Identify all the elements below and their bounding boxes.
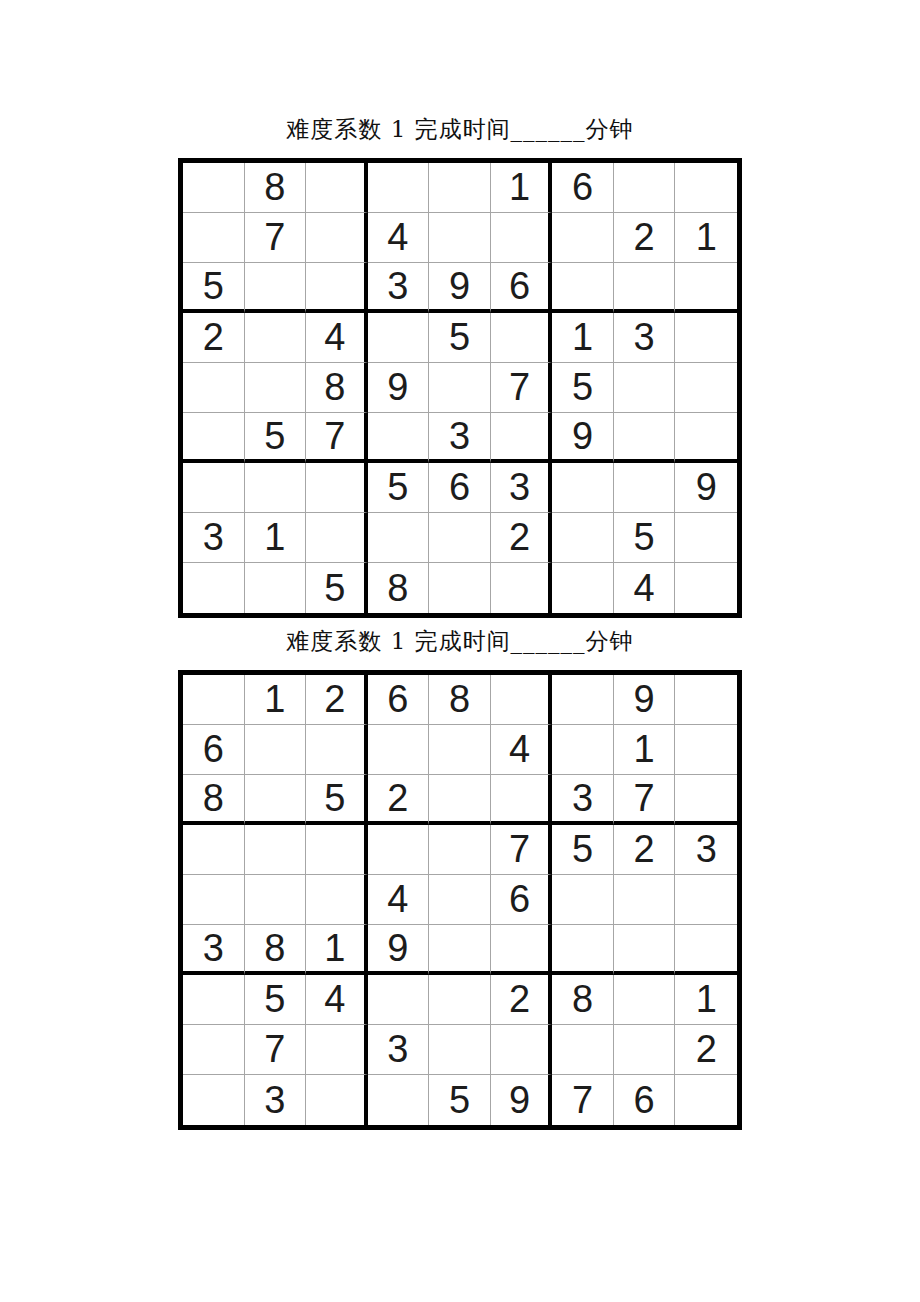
sudoku2-cell-r1c1[interactable]	[183, 675, 245, 725]
sudoku1-cell-r4c6[interactable]	[491, 313, 553, 363]
sudoku1-cell-r8c4[interactable]	[368, 513, 430, 563]
sudoku1-cell-r3c2[interactable]	[245, 263, 307, 313]
sudoku2-cell-r8c8[interactable]	[614, 1025, 676, 1075]
sudoku2-cell-r8c9[interactable]: 2	[675, 1025, 737, 1075]
sudoku2-cell-r9c1[interactable]	[183, 1075, 245, 1125]
sudoku2-cell-r5c6[interactable]: 6	[491, 875, 553, 925]
sudoku1-cell-r2c2[interactable]: 7	[245, 213, 307, 263]
sudoku2-cell-r4c9[interactable]: 3	[675, 825, 737, 875]
sudoku1-cell-r5c3[interactable]: 8	[306, 363, 368, 413]
sudoku1-cell-r3c7[interactable]	[552, 263, 614, 313]
sudoku2-cell-r4c3[interactable]	[306, 825, 368, 875]
sudoku1-cell-r2c7[interactable]	[552, 213, 614, 263]
sudoku1-cell-r8c1[interactable]: 3	[183, 513, 245, 563]
sudoku2-cell-r7c6[interactable]: 2	[491, 975, 553, 1025]
sudoku2-cell-r3c2[interactable]	[245, 775, 307, 825]
sudoku2-cell-r2c3[interactable]	[306, 725, 368, 775]
sudoku1-cell-r6c8[interactable]	[614, 413, 676, 463]
sudoku1-cell-r2c6[interactable]	[491, 213, 553, 263]
sudoku2-cell-r4c1[interactable]	[183, 825, 245, 875]
sudoku1-cell-r4c8[interactable]: 3	[614, 313, 676, 363]
sudoku2-cell-r5c5[interactable]	[429, 875, 491, 925]
sudoku1-cell-r5c7[interactable]: 5	[552, 363, 614, 413]
sudoku1-cell-r6c6[interactable]	[491, 413, 553, 463]
sudoku2-cell-r3c7[interactable]: 3	[552, 775, 614, 825]
sudoku2-cell-r8c1[interactable]	[183, 1025, 245, 1075]
sudoku1-cell-r7c4[interactable]: 5	[368, 463, 430, 513]
sudoku2-cell-r3c1[interactable]: 8	[183, 775, 245, 825]
sudoku2-cell-r8c4[interactable]: 3	[368, 1025, 430, 1075]
puzzle-1-title: 难度系数 1 完成时间______分钟	[0, 112, 920, 146]
sudoku2-cell-r7c8[interactable]	[614, 975, 676, 1025]
sudoku2-cell-r5c2[interactable]	[245, 875, 307, 925]
sudoku2-cell-r1c8[interactable]: 9	[614, 675, 676, 725]
sudoku2-cell-r3c8[interactable]: 7	[614, 775, 676, 825]
sudoku1-cell-r1c6[interactable]: 1	[491, 163, 553, 213]
sudoku2-cell-r5c3[interactable]	[306, 875, 368, 925]
sudoku2-cell-r7c1[interactable]	[183, 975, 245, 1025]
puzzle-2-title: 难度系数 1 完成时间______分钟	[0, 624, 920, 658]
sudoku1-cell-r3c5[interactable]: 9	[429, 263, 491, 313]
sudoku2-cell-r2c9[interactable]	[675, 725, 737, 775]
sudoku1-cell-r9c1[interactable]	[183, 563, 245, 613]
sudoku2-cell-r2c2[interactable]	[245, 725, 307, 775]
sudoku1-cell-r4c3[interactable]: 4	[306, 313, 368, 363]
sudoku2-cell-r5c7[interactable]	[552, 875, 614, 925]
sudoku2-cell-r1c2[interactable]: 1	[245, 675, 307, 725]
sudoku2-cell-r8c6[interactable]	[491, 1025, 553, 1075]
sudoku1-cell-r9c2[interactable]	[245, 563, 307, 613]
sudoku1-cell-r1c9[interactable]	[675, 163, 737, 213]
sudoku1-cell-r7c6[interactable]: 3	[491, 463, 553, 513]
sudoku2-cell-r9c7[interactable]: 7	[552, 1075, 614, 1125]
sudoku1-cell-r5c6[interactable]: 7	[491, 363, 553, 413]
sudoku2-cell-r3c5[interactable]	[429, 775, 491, 825]
sudoku1-cell-r4c7[interactable]: 1	[552, 313, 614, 363]
sudoku1-cell-r7c7[interactable]	[552, 463, 614, 513]
sudoku1-cell-r8c5[interactable]	[429, 513, 491, 563]
sudoku1-cell-r3c3[interactable]	[306, 263, 368, 313]
sudoku1-cell-r6c1[interactable]	[183, 413, 245, 463]
sudoku1-cell-r5c2[interactable]	[245, 363, 307, 413]
sudoku2-cell-r7c3[interactable]: 4	[306, 975, 368, 1025]
sudoku1-cell-r1c4[interactable]	[368, 163, 430, 213]
sudoku2-cell-r8c7[interactable]	[552, 1025, 614, 1075]
sudoku1-cell-r9c5[interactable]	[429, 563, 491, 613]
sudoku-grid-1: 81674215396245138975573956393125584	[178, 158, 742, 618]
sudoku1-cell-r6c9[interactable]	[675, 413, 737, 463]
sudoku1-cell-r4c4[interactable]	[368, 313, 430, 363]
sudoku1-cell-r3c4[interactable]: 3	[368, 263, 430, 313]
sudoku1-cell-r6c4[interactable]	[368, 413, 430, 463]
sudoku2-cell-r7c4[interactable]	[368, 975, 430, 1025]
sudoku1-cell-r9c3[interactable]: 5	[306, 563, 368, 613]
sudoku2-cell-r6c2[interactable]: 8	[245, 925, 307, 975]
sudoku2-cell-r6c7[interactable]	[552, 925, 614, 975]
sudoku1-cell-r8c7[interactable]	[552, 513, 614, 563]
sudoku2-cell-r5c4[interactable]: 4	[368, 875, 430, 925]
sudoku1-cell-r7c2[interactable]	[245, 463, 307, 513]
sudoku1-cell-r4c1[interactable]: 2	[183, 313, 245, 363]
sudoku1-cell-r4c5[interactable]: 5	[429, 313, 491, 363]
sudoku2-cell-r1c3[interactable]: 2	[306, 675, 368, 725]
sudoku1-cell-r8c8[interactable]: 5	[614, 513, 676, 563]
sudoku2-cell-r8c2[interactable]: 7	[245, 1025, 307, 1075]
sudoku1-cell-r7c1[interactable]	[183, 463, 245, 513]
sudoku1-cell-r3c9[interactable]	[675, 263, 737, 313]
sudoku1-cell-r1c8[interactable]	[614, 163, 676, 213]
sudoku1-cell-r5c8[interactable]	[614, 363, 676, 413]
sudoku1-cell-r6c3[interactable]: 7	[306, 413, 368, 463]
sudoku1-cell-r5c5[interactable]	[429, 363, 491, 413]
sudoku2-cell-r7c9[interactable]: 1	[675, 975, 737, 1025]
sudoku2-cell-r4c4[interactable]	[368, 825, 430, 875]
sudoku2-cell-r6c5[interactable]	[429, 925, 491, 975]
sudoku2-cell-r6c4[interactable]: 9	[368, 925, 430, 975]
sudoku1-cell-r8c3[interactable]	[306, 513, 368, 563]
sudoku1-cell-r9c9[interactable]	[675, 563, 737, 613]
sudoku1-cell-r7c3[interactable]	[306, 463, 368, 513]
sudoku2-cell-r3c4[interactable]: 2	[368, 775, 430, 825]
sudoku2-cell-r7c5[interactable]	[429, 975, 491, 1025]
sudoku2-cell-r9c3[interactable]	[306, 1075, 368, 1125]
sudoku1-cell-r1c1[interactable]	[183, 163, 245, 213]
sudoku1-cell-r8c2[interactable]: 1	[245, 513, 307, 563]
sudoku2-cell-r1c4[interactable]: 6	[368, 675, 430, 725]
sudoku2-cell-r5c1[interactable]	[183, 875, 245, 925]
sudoku2-cell-r6c1[interactable]: 3	[183, 925, 245, 975]
sudoku2-cell-r1c6[interactable]	[491, 675, 553, 725]
sudoku2-cell-r4c7[interactable]: 5	[552, 825, 614, 875]
sudoku2-cell-r2c6[interactable]: 4	[491, 725, 553, 775]
sudoku2-cell-r3c9[interactable]	[675, 775, 737, 825]
sudoku2-cell-r2c7[interactable]	[552, 725, 614, 775]
sudoku2-cell-r6c8[interactable]	[614, 925, 676, 975]
sudoku1-cell-r8c6[interactable]: 2	[491, 513, 553, 563]
sudoku2-cell-r9c4[interactable]	[368, 1075, 430, 1125]
sudoku2-cell-r2c1[interactable]: 6	[183, 725, 245, 775]
sudoku1-cell-r8c9[interactable]	[675, 513, 737, 563]
sudoku2-cell-r7c2[interactable]: 5	[245, 975, 307, 1025]
sudoku2-cell-r7c7[interactable]: 8	[552, 975, 614, 1025]
sudoku1-cell-r7c9[interactable]: 9	[675, 463, 737, 513]
sudoku2-cell-r9c2[interactable]: 3	[245, 1075, 307, 1125]
sudoku1-cell-r4c9[interactable]	[675, 313, 737, 363]
sudoku2-cell-r3c3[interactable]: 5	[306, 775, 368, 825]
sudoku2-cell-r4c5[interactable]	[429, 825, 491, 875]
sudoku1-cell-r2c8[interactable]: 2	[614, 213, 676, 263]
sudoku2-cell-r9c9[interactable]	[675, 1075, 737, 1125]
sudoku2-cell-r6c9[interactable]	[675, 925, 737, 975]
sudoku1-cell-r5c4[interactable]: 9	[368, 363, 430, 413]
sudoku-grid-2: 126896418523775234638195428173235976	[178, 670, 742, 1130]
sudoku1-cell-r1c5[interactable]	[429, 163, 491, 213]
sudoku2-cell-r4c8[interactable]: 2	[614, 825, 676, 875]
sudoku1-cell-r4c2[interactable]	[245, 313, 307, 363]
sudoku2-cell-r2c8[interactable]: 1	[614, 725, 676, 775]
sudoku2-cell-r9c5[interactable]: 5	[429, 1075, 491, 1125]
sudoku1-cell-r1c2[interactable]: 8	[245, 163, 307, 213]
sudoku1-cell-r9c7[interactable]	[552, 563, 614, 613]
sudoku1-cell-r2c1[interactable]	[183, 213, 245, 263]
sudoku1-cell-r2c4[interactable]: 4	[368, 213, 430, 263]
sudoku2-cell-r8c3[interactable]	[306, 1025, 368, 1075]
sudoku2-cell-r4c2[interactable]	[245, 825, 307, 875]
sudoku2-cell-r9c8[interactable]: 6	[614, 1075, 676, 1125]
sudoku1-cell-r9c6[interactable]	[491, 563, 553, 613]
sudoku1-cell-r1c3[interactable]	[306, 163, 368, 213]
sudoku1-cell-r2c3[interactable]	[306, 213, 368, 263]
sudoku2-cell-r5c9[interactable]	[675, 875, 737, 925]
sudoku1-cell-r5c1[interactable]	[183, 363, 245, 413]
sudoku1-cell-r9c4[interactable]: 8	[368, 563, 430, 613]
sudoku1-cell-r2c9[interactable]: 1	[675, 213, 737, 263]
sudoku2-cell-r6c3[interactable]: 1	[306, 925, 368, 975]
sudoku2-cell-r5c8[interactable]	[614, 875, 676, 925]
sudoku2-cell-r6c6[interactable]	[491, 925, 553, 975]
sudoku2-cell-r9c6[interactable]: 9	[491, 1075, 553, 1125]
sudoku1-cell-r7c8[interactable]	[614, 463, 676, 513]
sudoku1-cell-r1c7[interactable]: 6	[552, 163, 614, 213]
sudoku1-cell-r7c5[interactable]: 6	[429, 463, 491, 513]
sudoku1-cell-r3c6[interactable]: 6	[491, 263, 553, 313]
sudoku1-cell-r3c8[interactable]	[614, 263, 676, 313]
sudoku1-cell-r9c8[interactable]: 4	[614, 563, 676, 613]
sudoku1-cell-r6c2[interactable]: 5	[245, 413, 307, 463]
sudoku2-cell-r1c9[interactable]	[675, 675, 737, 725]
sudoku1-cell-r5c9[interactable]	[675, 363, 737, 413]
sudoku1-cell-r3c1[interactable]: 5	[183, 263, 245, 313]
sudoku2-cell-r2c5[interactable]	[429, 725, 491, 775]
sudoku1-cell-r6c5[interactable]: 3	[429, 413, 491, 463]
sudoku2-cell-r1c7[interactable]	[552, 675, 614, 725]
worksheet-page: 难度系数 1 完成时间______分钟 81674215396245138975…	[0, 0, 920, 1302]
sudoku1-cell-r6c7[interactable]: 9	[552, 413, 614, 463]
sudoku2-cell-r3c6[interactable]	[491, 775, 553, 825]
sudoku2-cell-r1c5[interactable]: 8	[429, 675, 491, 725]
sudoku2-cell-r8c5[interactable]	[429, 1025, 491, 1075]
sudoku1-cell-r2c5[interactable]	[429, 213, 491, 263]
sudoku2-cell-r2c4[interactable]	[368, 725, 430, 775]
sudoku2-cell-r4c6[interactable]: 7	[491, 825, 553, 875]
